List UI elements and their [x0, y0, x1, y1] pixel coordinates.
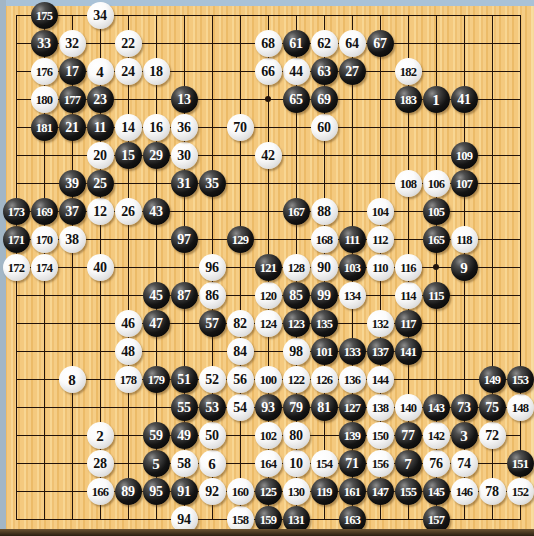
- go-stone[interactable]: 16: [143, 114, 170, 141]
- stone-move-number: 173: [8, 205, 24, 218]
- go-stone[interactable]: 182: [395, 58, 422, 85]
- stone-move-number: 178: [120, 373, 136, 386]
- stone-move-number: 145: [428, 485, 444, 498]
- go-stone[interactable]: 11: [87, 114, 114, 141]
- stone-move-number: 93: [261, 401, 274, 415]
- go-stone[interactable]: 79: [283, 394, 310, 421]
- go-stone[interactable]: 26: [115, 198, 142, 225]
- go-stone[interactable]: 143: [423, 394, 450, 421]
- go-stone[interactable]: 7: [395, 450, 422, 477]
- go-stone[interactable]: 50: [199, 422, 226, 449]
- go-stone[interactable]: 107: [451, 170, 478, 197]
- stone-move-number: 63: [317, 65, 330, 79]
- go-stone[interactable]: 98: [283, 338, 310, 365]
- go-stone[interactable]: 36: [171, 114, 198, 141]
- go-stone[interactable]: 53: [199, 394, 226, 421]
- go-stone[interactable]: 134: [339, 282, 366, 309]
- go-stone[interactable]: 21: [59, 114, 86, 141]
- stone-move-number: 48: [121, 345, 134, 359]
- go-stone[interactable]: 114: [395, 282, 422, 309]
- go-stone[interactable]: 148: [507, 394, 534, 421]
- go-stone[interactable]: 80: [283, 422, 310, 449]
- stone-move-number: 179: [148, 373, 164, 386]
- stone-move-number: 140: [400, 401, 416, 414]
- go-stone[interactable]: 55: [171, 394, 198, 421]
- go-stone[interactable]: 136: [339, 366, 366, 393]
- go-stone[interactable]: 139: [339, 422, 366, 449]
- stone-move-number: 108: [400, 177, 416, 190]
- go-stone[interactable]: 9: [451, 254, 478, 281]
- go-stone[interactable]: 46: [115, 310, 142, 337]
- go-stone[interactable]: 101: [311, 338, 338, 365]
- go-stone[interactable]: 78: [479, 478, 506, 505]
- stone-move-number: 44: [289, 65, 302, 79]
- stone-move-number: 152: [512, 485, 528, 498]
- go-stone[interactable]: 96: [199, 254, 226, 281]
- stone-move-number: 106: [428, 177, 444, 190]
- go-stone[interactable]: 124: [255, 310, 282, 337]
- go-stone[interactable]: 121: [255, 254, 282, 281]
- stone-move-number: 143: [428, 401, 444, 414]
- go-stone[interactable]: 43: [143, 198, 170, 225]
- stone-move-number: 56: [233, 373, 246, 387]
- stone-move-number: 101: [316, 345, 332, 358]
- stone-move-number: 49: [177, 429, 190, 443]
- go-stone[interactable]: 30: [171, 142, 198, 169]
- stone-move-number: 148: [512, 401, 528, 414]
- go-stone[interactable]: 142: [423, 422, 450, 449]
- go-stone[interactable]: 178: [115, 366, 142, 393]
- go-stone[interactable]: 151: [507, 450, 534, 477]
- go-stone[interactable]: 150: [367, 422, 394, 449]
- stone-move-number: 69: [317, 93, 330, 107]
- go-stone[interactable]: 54: [227, 394, 254, 421]
- stone-move-number: 22: [121, 37, 134, 51]
- stone-move-number: 85: [289, 289, 302, 303]
- stone-move-number: 131: [288, 513, 304, 526]
- stone-move-number: 128: [288, 261, 304, 274]
- go-stone[interactable]: 86: [199, 282, 226, 309]
- go-stone[interactable]: 13: [171, 86, 198, 113]
- go-stone[interactable]: 122: [283, 366, 310, 393]
- go-stone[interactable]: 60: [311, 114, 338, 141]
- go-stone[interactable]: 115: [423, 282, 450, 309]
- stone-move-number: 127: [344, 401, 360, 414]
- stone-move-number: 99: [317, 289, 330, 303]
- go-stone[interactable]: 45: [143, 282, 170, 309]
- go-stone[interactable]: 49: [171, 422, 198, 449]
- go-stone[interactable]: 137: [367, 338, 394, 365]
- go-stone[interactable]: 58: [171, 450, 198, 477]
- go-stone[interactable]: 110: [367, 254, 394, 281]
- stone-move-number: 175: [36, 9, 52, 22]
- stone-move-number: 77: [401, 429, 414, 443]
- go-stone[interactable]: 160: [227, 478, 254, 505]
- go-stone[interactable]: 24: [115, 58, 142, 85]
- go-stone[interactable]: 14: [115, 114, 142, 141]
- stone-move-number: 174: [36, 261, 52, 274]
- go-stone[interactable]: 111: [339, 226, 366, 253]
- go-stone[interactable]: 180: [31, 86, 58, 113]
- stone-move-number: 78: [485, 485, 498, 499]
- stone-move-number: 46: [121, 317, 134, 331]
- go-stone[interactable]: 154: [311, 450, 338, 477]
- stone-move-number: 158: [232, 513, 248, 526]
- go-stone[interactable]: 39: [59, 170, 86, 197]
- stone-move-number: 32: [65, 37, 78, 51]
- go-stone[interactable]: 25: [87, 170, 114, 197]
- go-stone[interactable]: 144: [367, 366, 394, 393]
- stone-move-number: 109: [456, 149, 472, 162]
- stone-move-number: 163: [344, 513, 360, 526]
- go-stone[interactable]: 35: [199, 170, 226, 197]
- go-stone[interactable]: 48: [115, 338, 142, 365]
- stone-move-number: 39: [65, 177, 78, 191]
- go-stone[interactable]: 38: [59, 226, 86, 253]
- stone-move-number: 112: [372, 233, 388, 246]
- stone-move-number: 119: [316, 485, 332, 498]
- go-stone[interactable]: 176: [31, 58, 58, 85]
- go-stone[interactable]: 72: [479, 422, 506, 449]
- go-stone[interactable]: 65: [283, 86, 310, 113]
- stone-move-number: 59: [149, 429, 162, 443]
- go-stone[interactable]: 56: [227, 366, 254, 393]
- go-stone[interactable]: 85: [283, 282, 310, 309]
- go-stone[interactable]: 68: [255, 30, 282, 57]
- stone-move-number: 120: [260, 289, 276, 302]
- stone-move-number: 147: [372, 485, 388, 498]
- stone-move-number: 97: [177, 233, 190, 247]
- stone-move-number: 177: [64, 93, 80, 106]
- stone-move-number: 153: [512, 373, 528, 386]
- stone-move-number: 31: [177, 177, 190, 191]
- go-stone[interactable]: 82: [227, 310, 254, 337]
- stone-move-number: 96: [205, 261, 218, 275]
- go-stone[interactable]: 74: [451, 450, 478, 477]
- go-stone[interactable]: 66: [255, 58, 282, 85]
- go-stone[interactable]: 120: [255, 282, 282, 309]
- go-stone[interactable]: 181: [31, 114, 58, 141]
- go-stone[interactable]: 8: [59, 366, 86, 393]
- go-stone[interactable]: 84: [227, 338, 254, 365]
- go-stone[interactable]: 3: [451, 422, 478, 449]
- go-stone[interactable]: 76: [423, 450, 450, 477]
- stone-move-number: 115: [428, 289, 444, 302]
- go-stone[interactable]: 165: [423, 226, 450, 253]
- go-stone[interactable]: 125: [255, 478, 282, 505]
- stone-move-number: 72: [485, 429, 498, 443]
- go-stone[interactable]: 2: [87, 422, 114, 449]
- stone-move-number: 6: [208, 456, 216, 471]
- go-stone[interactable]: 173: [3, 198, 30, 225]
- go-stone[interactable]: 87: [171, 282, 198, 309]
- go-stone[interactable]: 44: [283, 58, 310, 85]
- go-stone[interactable]: 22: [115, 30, 142, 57]
- go-stone[interactable]: 123: [283, 310, 310, 337]
- go-stone[interactable]: 12: [87, 198, 114, 225]
- go-stone[interactable]: 6: [199, 450, 226, 477]
- go-stone[interactable]: 104: [367, 198, 394, 225]
- go-stone[interactable]: 147: [367, 478, 394, 505]
- go-stone[interactable]: 153: [507, 366, 534, 393]
- go-stone[interactable]: 63: [311, 58, 338, 85]
- go-stone[interactable]: 42: [255, 142, 282, 169]
- stone-move-number: 110: [372, 261, 388, 274]
- stone-move-number: 151: [512, 457, 528, 470]
- frame-top-strip: [0, 0, 534, 6]
- stone-move-number: 105: [428, 205, 444, 218]
- go-kifu-window: 1234567891011121314151617182021222324252…: [0, 0, 534, 536]
- stone-move-number: 71: [345, 457, 358, 471]
- stone-move-number: 41: [457, 93, 470, 107]
- stone-move-number: 67: [373, 37, 386, 51]
- stone-move-number: 141: [400, 345, 416, 358]
- stone-move-number: 34: [93, 9, 106, 23]
- go-stone[interactable]: 183: [395, 86, 422, 113]
- stone-move-number: 87: [177, 289, 190, 303]
- stone-move-number: 12: [93, 205, 106, 219]
- go-stone[interactable]: 130: [283, 478, 310, 505]
- stone-move-number: 183: [400, 93, 416, 106]
- go-stone[interactable]: 171: [3, 226, 30, 253]
- go-stone[interactable]: 18: [143, 58, 170, 85]
- go-stone[interactable]: 149: [479, 366, 506, 393]
- go-stone[interactable]: 81: [311, 394, 338, 421]
- stone-move-number: 43: [149, 205, 162, 219]
- stone-move-number: 165: [428, 233, 444, 246]
- go-stone[interactable]: 145: [423, 478, 450, 505]
- go-stone[interactable]: 51: [171, 366, 198, 393]
- go-stone[interactable]: 169: [31, 198, 58, 225]
- frame-bottom-strip: [0, 529, 534, 536]
- stone-move-number: 139: [344, 429, 360, 442]
- stone-move-number: 88: [317, 205, 330, 219]
- stone-move-number: 149: [484, 373, 500, 386]
- go-stone[interactable]: 40: [87, 254, 114, 281]
- stone-move-number: 40: [93, 261, 106, 275]
- go-stone[interactable]: 75: [479, 394, 506, 421]
- stone-move-number: 81: [317, 401, 330, 415]
- go-stone[interactable]: 52: [199, 366, 226, 393]
- go-stone[interactable]: 175: [31, 2, 58, 29]
- go-stone[interactable]: 28: [87, 450, 114, 477]
- go-stone[interactable]: 23: [87, 86, 114, 113]
- grid-line-horizontal: [16, 351, 521, 352]
- go-stone[interactable]: 77: [395, 422, 422, 449]
- stone-move-number: 102: [260, 429, 276, 442]
- go-stone[interactable]: 5: [143, 450, 170, 477]
- stone-move-number: 74: [457, 457, 470, 471]
- stone-move-number: 5: [152, 456, 160, 471]
- stone-move-number: 150: [372, 429, 388, 442]
- stone-move-number: 114: [400, 289, 416, 302]
- stone-move-number: 64: [345, 37, 358, 51]
- go-stone[interactable]: 133: [339, 338, 366, 365]
- go-stone[interactable]: 97: [171, 226, 198, 253]
- go-stone[interactable]: 128: [283, 254, 310, 281]
- go-stone[interactable]: 146: [451, 478, 478, 505]
- go-stone[interactable]: 127: [339, 394, 366, 421]
- go-stone[interactable]: 126: [311, 366, 338, 393]
- stone-move-number: 86: [205, 289, 218, 303]
- stone-move-number: 107: [456, 177, 472, 190]
- go-stone[interactable]: 61: [283, 30, 310, 57]
- stone-move-number: 58: [177, 457, 190, 471]
- stone-move-number: 30: [177, 149, 190, 163]
- go-stone[interactable]: 34: [87, 2, 114, 29]
- go-stone[interactable]: 41: [451, 86, 478, 113]
- go-stone[interactable]: 92: [199, 478, 226, 505]
- go-stone[interactable]: 20: [87, 142, 114, 169]
- stone-move-number: 16: [149, 121, 162, 135]
- stone-move-number: 100: [260, 373, 276, 386]
- stone-move-number: 14: [121, 121, 134, 135]
- go-stone[interactable]: 71: [339, 450, 366, 477]
- go-stone[interactable]: 116: [395, 254, 422, 281]
- go-stone[interactable]: 140: [395, 394, 422, 421]
- stone-move-number: 126: [316, 373, 332, 386]
- go-stone[interactable]: 108: [395, 170, 422, 197]
- go-stone[interactable]: 89: [115, 478, 142, 505]
- go-stone[interactable]: 67: [367, 30, 394, 57]
- stone-move-number: 57: [205, 317, 218, 331]
- stone-move-number: 10: [289, 457, 302, 471]
- stone-move-number: 73: [457, 401, 470, 415]
- go-stone[interactable]: 47: [143, 310, 170, 337]
- stone-move-number: 24: [121, 65, 134, 79]
- stone-move-number: 54: [233, 401, 246, 415]
- stone-move-number: 181: [36, 121, 52, 134]
- stone-move-number: 157: [428, 513, 444, 526]
- stone-move-number: 91: [177, 485, 190, 499]
- go-stone[interactable]: 1: [423, 86, 450, 113]
- go-stone[interactable]: 109: [451, 142, 478, 169]
- go-stone[interactable]: 164: [255, 450, 282, 477]
- stone-move-number: 130: [288, 485, 304, 498]
- stone-move-number: 121: [260, 261, 276, 274]
- go-stone[interactable]: 166: [87, 478, 114, 505]
- go-stone[interactable]: 132: [367, 310, 394, 337]
- stone-move-number: 116: [400, 261, 416, 274]
- go-stone[interactable]: 138: [367, 394, 394, 421]
- stone-move-number: 11: [94, 121, 107, 135]
- stone-move-number: 66: [261, 65, 274, 79]
- stone-move-number: 98: [289, 345, 302, 359]
- go-stone[interactable]: 172: [3, 254, 30, 281]
- stone-move-number: 76: [429, 457, 442, 471]
- go-stone[interactable]: 168: [311, 226, 338, 253]
- go-stone[interactable]: 161: [339, 478, 366, 505]
- go-stone[interactable]: 10: [283, 450, 310, 477]
- stone-move-number: 138: [372, 401, 388, 414]
- stone-move-number: 2: [96, 428, 104, 443]
- go-stone[interactable]: 31: [171, 170, 198, 197]
- go-stone[interactable]: 88: [311, 198, 338, 225]
- go-stone[interactable]: 152: [507, 478, 534, 505]
- go-stone[interactable]: 62: [311, 30, 338, 57]
- go-stone[interactable]: 95: [143, 478, 170, 505]
- go-stone[interactable]: 112: [367, 226, 394, 253]
- stone-move-number: 94: [177, 513, 190, 527]
- stone-move-number: 146: [456, 485, 472, 498]
- go-stone[interactable]: 17: [59, 58, 86, 85]
- go-stone[interactable]: 167: [283, 198, 310, 225]
- stone-move-number: 169: [36, 205, 52, 218]
- go-stone[interactable]: 117: [395, 310, 422, 337]
- stone-move-number: 3: [460, 428, 468, 443]
- go-stone[interactable]: 33: [31, 30, 58, 57]
- go-stone[interactable]: 91: [171, 478, 198, 505]
- go-stone[interactable]: 70: [227, 114, 254, 141]
- stone-move-number: 8: [68, 372, 76, 387]
- go-stone[interactable]: 59: [143, 422, 170, 449]
- stone-move-number: 132: [372, 317, 388, 330]
- go-stone[interactable]: 119: [311, 478, 338, 505]
- go-stone[interactable]: 64: [339, 30, 366, 57]
- stone-move-number: 13: [177, 93, 190, 107]
- go-stone[interactable]: 29: [143, 142, 170, 169]
- stone-move-number: 172: [8, 261, 24, 274]
- go-stone[interactable]: 155: [395, 478, 422, 505]
- go-stone[interactable]: 100: [255, 366, 282, 393]
- stone-move-number: 53: [205, 401, 218, 415]
- stone-move-number: 125: [260, 485, 276, 498]
- go-stone[interactable]: 27: [339, 58, 366, 85]
- go-stone[interactable]: 15: [115, 142, 142, 169]
- go-stone[interactable]: 4: [87, 58, 114, 85]
- go-stone[interactable]: 102: [255, 422, 282, 449]
- stone-move-number: 170: [36, 233, 52, 246]
- go-stone[interactable]: 106: [423, 170, 450, 197]
- stone-move-number: 104: [372, 205, 388, 218]
- stone-move-number: 9: [460, 260, 468, 275]
- go-stone[interactable]: 174: [31, 254, 58, 281]
- star-point: [433, 264, 439, 270]
- go-stone[interactable]: 179: [143, 366, 170, 393]
- go-stone[interactable]: 90: [311, 254, 338, 281]
- stone-move-number: 90: [317, 261, 330, 275]
- go-stone[interactable]: 177: [59, 86, 86, 113]
- go-stone[interactable]: 57: [199, 310, 226, 337]
- stone-move-number: 180: [36, 93, 52, 106]
- go-board[interactable]: 1234567891011121314151617182021222324252…: [0, 0, 534, 536]
- go-stone[interactable]: 170: [31, 226, 58, 253]
- go-stone[interactable]: 105: [423, 198, 450, 225]
- go-stone[interactable]: 118: [451, 226, 478, 253]
- go-stone[interactable]: 73: [451, 394, 478, 421]
- stone-move-number: 111: [345, 233, 360, 246]
- go-stone[interactable]: 129: [227, 226, 254, 253]
- go-stone[interactable]: 37: [59, 198, 86, 225]
- stone-move-number: 29: [149, 149, 162, 163]
- stone-move-number: 20: [93, 149, 106, 163]
- stone-move-number: 134: [344, 289, 360, 302]
- stone-move-number: 68: [261, 37, 274, 51]
- go-stone[interactable]: 99: [311, 282, 338, 309]
- go-stone[interactable]: 141: [395, 338, 422, 365]
- go-stone[interactable]: 32: [59, 30, 86, 57]
- stone-move-number: 33: [37, 37, 50, 51]
- go-stone[interactable]: 69: [311, 86, 338, 113]
- stone-move-number: 1: [432, 92, 440, 107]
- stone-move-number: 84: [233, 345, 246, 359]
- go-stone[interactable]: 156: [367, 450, 394, 477]
- stone-move-number: 45: [149, 289, 162, 303]
- go-stone[interactable]: 93: [255, 394, 282, 421]
- go-stone[interactable]: 103: [339, 254, 366, 281]
- stone-move-number: 26: [121, 205, 134, 219]
- go-stone[interactable]: 135: [311, 310, 338, 337]
